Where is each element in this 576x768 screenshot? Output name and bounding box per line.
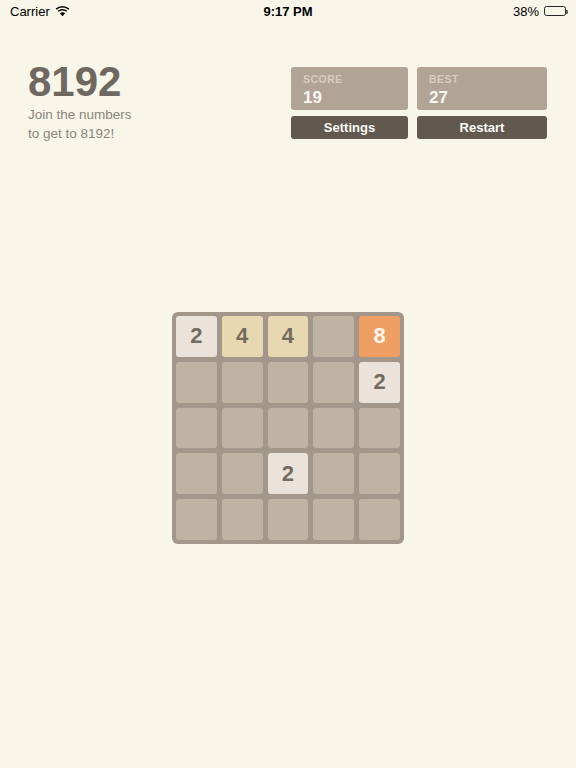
- empty-cell: [176, 362, 217, 403]
- restart-button[interactable]: Restart: [417, 116, 547, 139]
- empty-cell: [222, 453, 263, 494]
- empty-cell: [176, 408, 217, 449]
- empty-cell: [313, 453, 354, 494]
- subtitle-line-1: Join the numbers: [28, 105, 132, 124]
- empty-cell: [359, 499, 400, 540]
- tile-2: 2: [359, 362, 400, 403]
- empty-cell: [268, 499, 309, 540]
- battery-icon: [544, 6, 566, 16]
- wifi-icon: [55, 6, 70, 17]
- carrier-label: Carrier: [10, 4, 50, 19]
- tile-8: 8: [359, 316, 400, 357]
- app-page: Carrier 9:17 PM 38% 8192 Join the number…: [0, 0, 576, 768]
- settings-button[interactable]: Settings: [291, 116, 408, 139]
- empty-cell: [268, 362, 309, 403]
- best-box: BEST 27: [417, 67, 547, 110]
- status-clock: 9:17 PM: [120, 4, 456, 19]
- status-bar: Carrier 9:17 PM 38%: [0, 0, 576, 22]
- subtitle-line-2: to get to 8192!: [28, 124, 132, 143]
- tile-4: 4: [222, 316, 263, 357]
- page-subtitle: Join the numbers to get to 8192!: [28, 105, 132, 143]
- tile-2: 2: [176, 316, 217, 357]
- empty-cell: [313, 362, 354, 403]
- empty-cell: [176, 453, 217, 494]
- empty-cell: [313, 316, 354, 357]
- empty-cell: [313, 408, 354, 449]
- empty-cell: [359, 453, 400, 494]
- empty-cell: [222, 362, 263, 403]
- empty-cell: [222, 408, 263, 449]
- tile-4: 4: [268, 316, 309, 357]
- best-label: BEST: [429, 73, 535, 85]
- empty-cell: [313, 499, 354, 540]
- empty-cell: [268, 408, 309, 449]
- score-label: SCORE: [303, 73, 396, 85]
- board[interactable]: 244822: [172, 312, 404, 544]
- empty-cell: [222, 499, 263, 540]
- best-value: 27: [429, 88, 535, 108]
- score-value: 19: [303, 88, 396, 108]
- empty-cell: [359, 408, 400, 449]
- empty-cell: [176, 499, 217, 540]
- page-title: 8192: [28, 61, 121, 103]
- score-box: SCORE 19: [291, 67, 408, 110]
- tile-2: 2: [268, 453, 309, 494]
- battery-percent: 38%: [513, 4, 539, 19]
